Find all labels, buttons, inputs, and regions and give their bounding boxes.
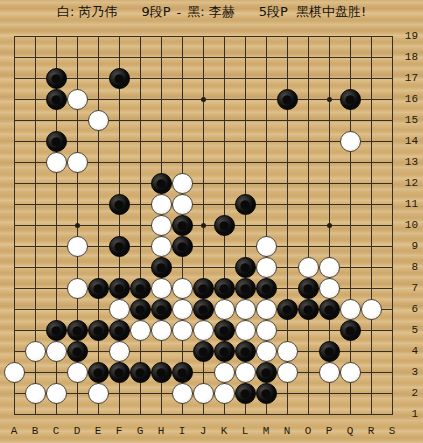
point-G1[interactable] bbox=[130, 404, 151, 425]
point-Q13[interactable] bbox=[340, 152, 361, 173]
point-F5[interactable]: ● bbox=[109, 320, 130, 341]
point-R15[interactable] bbox=[361, 110, 382, 131]
point-O6[interactable]: ● bbox=[298, 299, 319, 320]
point-H8[interactable]: ● bbox=[151, 257, 172, 278]
point-D1[interactable] bbox=[67, 404, 88, 425]
point-R3[interactable] bbox=[361, 362, 382, 383]
point-I9[interactable]: ● bbox=[172, 236, 193, 257]
point-B9[interactable] bbox=[25, 236, 46, 257]
point-B3[interactable] bbox=[25, 362, 46, 383]
point-A13[interactable] bbox=[4, 152, 25, 173]
point-O15[interactable] bbox=[298, 110, 319, 131]
point-G14[interactable] bbox=[130, 131, 151, 152]
point-P17[interactable] bbox=[319, 68, 340, 89]
point-L4[interactable]: ● bbox=[235, 341, 256, 362]
point-C16[interactable]: ● bbox=[46, 89, 67, 110]
point-E4[interactable] bbox=[88, 341, 109, 362]
point-F7[interactable]: ● bbox=[109, 278, 130, 299]
point-H4[interactable] bbox=[151, 341, 172, 362]
point-E1[interactable] bbox=[88, 404, 109, 425]
point-J4[interactable]: ● bbox=[193, 341, 214, 362]
point-P12[interactable] bbox=[319, 173, 340, 194]
point-R6[interactable]: ○ bbox=[361, 299, 382, 320]
point-Q17[interactable] bbox=[340, 68, 361, 89]
point-N7[interactable] bbox=[277, 278, 298, 299]
point-R5[interactable] bbox=[361, 320, 382, 341]
point-J17[interactable] bbox=[193, 68, 214, 89]
point-E12[interactable] bbox=[88, 173, 109, 194]
point-A6[interactable] bbox=[4, 299, 25, 320]
point-J18[interactable] bbox=[193, 47, 214, 68]
point-D9[interactable]: ○ bbox=[67, 236, 88, 257]
point-D11[interactable] bbox=[67, 194, 88, 215]
point-G17[interactable] bbox=[130, 68, 151, 89]
point-D19[interactable] bbox=[67, 26, 88, 47]
point-C15[interactable] bbox=[46, 110, 67, 131]
point-R14[interactable] bbox=[361, 131, 382, 152]
point-C12[interactable] bbox=[46, 173, 67, 194]
point-F14[interactable] bbox=[109, 131, 130, 152]
point-B5[interactable] bbox=[25, 320, 46, 341]
point-Q6[interactable]: ○ bbox=[340, 299, 361, 320]
point-K14[interactable] bbox=[214, 131, 235, 152]
point-B18[interactable] bbox=[25, 47, 46, 68]
point-K6[interactable]: ○ bbox=[214, 299, 235, 320]
point-I1[interactable] bbox=[172, 404, 193, 425]
point-K12[interactable] bbox=[214, 173, 235, 194]
point-J10[interactable] bbox=[193, 215, 214, 236]
point-Q1[interactable] bbox=[340, 404, 361, 425]
point-J12[interactable] bbox=[193, 173, 214, 194]
point-M2[interactable]: ● bbox=[256, 383, 277, 404]
point-Q5[interactable]: ● bbox=[340, 320, 361, 341]
point-C2[interactable]: ○ bbox=[46, 383, 67, 404]
point-O9[interactable] bbox=[298, 236, 319, 257]
point-H16[interactable] bbox=[151, 89, 172, 110]
point-N12[interactable] bbox=[277, 173, 298, 194]
point-E18[interactable] bbox=[88, 47, 109, 68]
point-K17[interactable] bbox=[214, 68, 235, 89]
point-C5[interactable]: ● bbox=[46, 320, 67, 341]
point-J13[interactable] bbox=[193, 152, 214, 173]
point-F15[interactable] bbox=[109, 110, 130, 131]
point-N3[interactable]: ○ bbox=[277, 362, 298, 383]
point-I19[interactable] bbox=[172, 26, 193, 47]
point-Q7[interactable] bbox=[340, 278, 361, 299]
point-P8[interactable]: ○ bbox=[319, 257, 340, 278]
point-D16[interactable]: ○ bbox=[67, 89, 88, 110]
point-F9[interactable]: ● bbox=[109, 236, 130, 257]
point-K7[interactable]: ● bbox=[214, 278, 235, 299]
point-H12[interactable]: ● bbox=[151, 173, 172, 194]
point-A17[interactable] bbox=[4, 68, 25, 89]
point-N8[interactable] bbox=[277, 257, 298, 278]
point-P6[interactable]: ● bbox=[319, 299, 340, 320]
point-D13[interactable]: ○ bbox=[67, 152, 88, 173]
point-I2[interactable]: ○ bbox=[172, 383, 193, 404]
point-E9[interactable] bbox=[88, 236, 109, 257]
point-C4[interactable]: ○ bbox=[46, 341, 67, 362]
point-O1[interactable] bbox=[298, 404, 319, 425]
point-B4[interactable]: ○ bbox=[25, 341, 46, 362]
point-P1[interactable] bbox=[319, 404, 340, 425]
point-N17[interactable] bbox=[277, 68, 298, 89]
point-L11[interactable]: ● bbox=[235, 194, 256, 215]
point-P2[interactable] bbox=[319, 383, 340, 404]
point-K18[interactable] bbox=[214, 47, 235, 68]
point-K5[interactable]: ● bbox=[214, 320, 235, 341]
point-O12[interactable] bbox=[298, 173, 319, 194]
point-A9[interactable] bbox=[4, 236, 25, 257]
point-P3[interactable]: ○ bbox=[319, 362, 340, 383]
point-M5[interactable]: ○ bbox=[256, 320, 277, 341]
point-F1[interactable] bbox=[109, 404, 130, 425]
point-E15[interactable]: ○ bbox=[88, 110, 109, 131]
point-H11[interactable]: ○ bbox=[151, 194, 172, 215]
point-C10[interactable] bbox=[46, 215, 67, 236]
point-Q11[interactable] bbox=[340, 194, 361, 215]
point-H13[interactable] bbox=[151, 152, 172, 173]
point-N13[interactable] bbox=[277, 152, 298, 173]
point-Q16[interactable]: ● bbox=[340, 89, 361, 110]
point-C9[interactable] bbox=[46, 236, 67, 257]
point-E7[interactable]: ● bbox=[88, 278, 109, 299]
point-B15[interactable] bbox=[25, 110, 46, 131]
point-O4[interactable] bbox=[298, 341, 319, 362]
point-Q14[interactable]: ○ bbox=[340, 131, 361, 152]
point-P14[interactable] bbox=[319, 131, 340, 152]
point-R18[interactable] bbox=[361, 47, 382, 68]
point-D14[interactable] bbox=[67, 131, 88, 152]
point-R7[interactable] bbox=[361, 278, 382, 299]
point-M10[interactable] bbox=[256, 215, 277, 236]
point-M13[interactable] bbox=[256, 152, 277, 173]
point-F16[interactable] bbox=[109, 89, 130, 110]
point-A18[interactable] bbox=[4, 47, 25, 68]
point-H3[interactable]: ● bbox=[151, 362, 172, 383]
point-M1[interactable] bbox=[256, 404, 277, 425]
point-M11[interactable] bbox=[256, 194, 277, 215]
point-P11[interactable] bbox=[319, 194, 340, 215]
point-P18[interactable] bbox=[319, 47, 340, 68]
point-D4[interactable]: ● bbox=[67, 341, 88, 362]
point-K1[interactable] bbox=[214, 404, 235, 425]
point-L5[interactable]: ○ bbox=[235, 320, 256, 341]
point-M8[interactable]: ○ bbox=[256, 257, 277, 278]
point-M18[interactable] bbox=[256, 47, 277, 68]
point-H2[interactable] bbox=[151, 383, 172, 404]
point-H10[interactable]: ○ bbox=[151, 215, 172, 236]
point-H15[interactable] bbox=[151, 110, 172, 131]
point-Q8[interactable] bbox=[340, 257, 361, 278]
point-G5[interactable]: ○ bbox=[130, 320, 151, 341]
point-I4[interactable] bbox=[172, 341, 193, 362]
point-G4[interactable] bbox=[130, 341, 151, 362]
point-L13[interactable] bbox=[235, 152, 256, 173]
point-I7[interactable]: ○ bbox=[172, 278, 193, 299]
point-M19[interactable] bbox=[256, 26, 277, 47]
point-A4[interactable] bbox=[4, 341, 25, 362]
point-A1[interactable] bbox=[4, 404, 25, 425]
point-A8[interactable] bbox=[4, 257, 25, 278]
point-B2[interactable]: ○ bbox=[25, 383, 46, 404]
point-K13[interactable] bbox=[214, 152, 235, 173]
point-D5[interactable]: ● bbox=[67, 320, 88, 341]
point-E11[interactable] bbox=[88, 194, 109, 215]
point-J16[interactable] bbox=[193, 89, 214, 110]
point-J19[interactable] bbox=[193, 26, 214, 47]
point-E2[interactable]: ○ bbox=[88, 383, 109, 404]
point-J6[interactable]: ● bbox=[193, 299, 214, 320]
point-A3[interactable]: ○ bbox=[4, 362, 25, 383]
point-G12[interactable] bbox=[130, 173, 151, 194]
point-F6[interactable]: ○ bbox=[109, 299, 130, 320]
point-G11[interactable] bbox=[130, 194, 151, 215]
point-E8[interactable] bbox=[88, 257, 109, 278]
point-O17[interactable] bbox=[298, 68, 319, 89]
point-H9[interactable]: ○ bbox=[151, 236, 172, 257]
point-J1[interactable] bbox=[193, 404, 214, 425]
point-N5[interactable] bbox=[277, 320, 298, 341]
point-N6[interactable]: ● bbox=[277, 299, 298, 320]
point-B12[interactable] bbox=[25, 173, 46, 194]
point-Q3[interactable]: ○ bbox=[340, 362, 361, 383]
point-G18[interactable] bbox=[130, 47, 151, 68]
point-G19[interactable] bbox=[130, 26, 151, 47]
point-O19[interactable] bbox=[298, 26, 319, 47]
point-L12[interactable] bbox=[235, 173, 256, 194]
point-B16[interactable] bbox=[25, 89, 46, 110]
point-I5[interactable]: ○ bbox=[172, 320, 193, 341]
point-C19[interactable] bbox=[46, 26, 67, 47]
point-F19[interactable] bbox=[109, 26, 130, 47]
point-L19[interactable] bbox=[235, 26, 256, 47]
point-A7[interactable] bbox=[4, 278, 25, 299]
point-O11[interactable] bbox=[298, 194, 319, 215]
point-F12[interactable] bbox=[109, 173, 130, 194]
point-I12[interactable]: ○ bbox=[172, 173, 193, 194]
point-E6[interactable] bbox=[88, 299, 109, 320]
point-J11[interactable] bbox=[193, 194, 214, 215]
point-L9[interactable] bbox=[235, 236, 256, 257]
point-P5[interactable] bbox=[319, 320, 340, 341]
point-O7[interactable]: ● bbox=[298, 278, 319, 299]
point-A5[interactable] bbox=[4, 320, 25, 341]
point-O10[interactable] bbox=[298, 215, 319, 236]
point-B19[interactable] bbox=[25, 26, 46, 47]
point-O3[interactable] bbox=[298, 362, 319, 383]
point-O13[interactable] bbox=[298, 152, 319, 173]
point-D7[interactable]: ○ bbox=[67, 278, 88, 299]
point-C3[interactable] bbox=[46, 362, 67, 383]
point-M3[interactable]: ● bbox=[256, 362, 277, 383]
point-K15[interactable] bbox=[214, 110, 235, 131]
point-B8[interactable] bbox=[25, 257, 46, 278]
point-P16[interactable] bbox=[319, 89, 340, 110]
point-R8[interactable] bbox=[361, 257, 382, 278]
point-O8[interactable]: ○ bbox=[298, 257, 319, 278]
point-R9[interactable] bbox=[361, 236, 382, 257]
point-H18[interactable] bbox=[151, 47, 172, 68]
point-J5[interactable]: ○ bbox=[193, 320, 214, 341]
point-I13[interactable] bbox=[172, 152, 193, 173]
point-F4[interactable]: ○ bbox=[109, 341, 130, 362]
point-R19[interactable] bbox=[361, 26, 382, 47]
point-J2[interactable]: ○ bbox=[193, 383, 214, 404]
point-G10[interactable] bbox=[130, 215, 151, 236]
point-N19[interactable] bbox=[277, 26, 298, 47]
point-E19[interactable] bbox=[88, 26, 109, 47]
point-L7[interactable]: ● bbox=[235, 278, 256, 299]
point-O2[interactable] bbox=[298, 383, 319, 404]
point-G13[interactable] bbox=[130, 152, 151, 173]
point-L18[interactable] bbox=[235, 47, 256, 68]
point-A11[interactable] bbox=[4, 194, 25, 215]
point-N4[interactable]: ○ bbox=[277, 341, 298, 362]
point-L17[interactable] bbox=[235, 68, 256, 89]
point-P13[interactable] bbox=[319, 152, 340, 173]
point-H19[interactable] bbox=[151, 26, 172, 47]
point-L16[interactable] bbox=[235, 89, 256, 110]
point-F3[interactable]: ● bbox=[109, 362, 130, 383]
point-N11[interactable] bbox=[277, 194, 298, 215]
point-C13[interactable]: ○ bbox=[46, 152, 67, 173]
point-A10[interactable] bbox=[4, 215, 25, 236]
point-Q18[interactable] bbox=[340, 47, 361, 68]
point-M15[interactable] bbox=[256, 110, 277, 131]
point-E14[interactable] bbox=[88, 131, 109, 152]
point-J9[interactable] bbox=[193, 236, 214, 257]
point-H14[interactable] bbox=[151, 131, 172, 152]
point-Q4[interactable] bbox=[340, 341, 361, 362]
point-H7[interactable]: ○ bbox=[151, 278, 172, 299]
point-B13[interactable] bbox=[25, 152, 46, 173]
point-L2[interactable]: ● bbox=[235, 383, 256, 404]
point-M9[interactable]: ○ bbox=[256, 236, 277, 257]
point-D6[interactable] bbox=[67, 299, 88, 320]
point-J15[interactable] bbox=[193, 110, 214, 131]
point-L6[interactable]: ○ bbox=[235, 299, 256, 320]
point-G2[interactable] bbox=[130, 383, 151, 404]
point-G16[interactable] bbox=[130, 89, 151, 110]
point-I11[interactable]: ○ bbox=[172, 194, 193, 215]
point-K10[interactable]: ● bbox=[214, 215, 235, 236]
point-O16[interactable] bbox=[298, 89, 319, 110]
point-G8[interactable] bbox=[130, 257, 151, 278]
point-Q9[interactable] bbox=[340, 236, 361, 257]
point-H17[interactable] bbox=[151, 68, 172, 89]
point-C11[interactable] bbox=[46, 194, 67, 215]
point-D10[interactable] bbox=[67, 215, 88, 236]
point-R13[interactable] bbox=[361, 152, 382, 173]
point-J8[interactable] bbox=[193, 257, 214, 278]
point-K19[interactable] bbox=[214, 26, 235, 47]
point-E5[interactable]: ● bbox=[88, 320, 109, 341]
point-C6[interactable] bbox=[46, 299, 67, 320]
point-L10[interactable] bbox=[235, 215, 256, 236]
point-M14[interactable] bbox=[256, 131, 277, 152]
point-D17[interactable] bbox=[67, 68, 88, 89]
point-F17[interactable]: ● bbox=[109, 68, 130, 89]
point-G15[interactable] bbox=[130, 110, 151, 131]
point-A12[interactable] bbox=[4, 173, 25, 194]
point-K4[interactable]: ● bbox=[214, 341, 235, 362]
point-O5[interactable] bbox=[298, 320, 319, 341]
point-K2[interactable]: ○ bbox=[214, 383, 235, 404]
point-I16[interactable] bbox=[172, 89, 193, 110]
point-P9[interactable] bbox=[319, 236, 340, 257]
point-M16[interactable] bbox=[256, 89, 277, 110]
point-D18[interactable] bbox=[67, 47, 88, 68]
point-B1[interactable] bbox=[25, 404, 46, 425]
point-R12[interactable] bbox=[361, 173, 382, 194]
point-J3[interactable] bbox=[193, 362, 214, 383]
point-R4[interactable] bbox=[361, 341, 382, 362]
point-K3[interactable]: ○ bbox=[214, 362, 235, 383]
point-N14[interactable] bbox=[277, 131, 298, 152]
point-I18[interactable] bbox=[172, 47, 193, 68]
point-I8[interactable] bbox=[172, 257, 193, 278]
point-G7[interactable]: ● bbox=[130, 278, 151, 299]
point-D2[interactable] bbox=[67, 383, 88, 404]
point-R10[interactable] bbox=[361, 215, 382, 236]
point-R2[interactable] bbox=[361, 383, 382, 404]
point-L3[interactable]: ○ bbox=[235, 362, 256, 383]
point-A14[interactable] bbox=[4, 131, 25, 152]
point-N15[interactable] bbox=[277, 110, 298, 131]
point-M7[interactable]: ● bbox=[256, 278, 277, 299]
point-F11[interactable]: ● bbox=[109, 194, 130, 215]
point-I6[interactable]: ○ bbox=[172, 299, 193, 320]
point-N9[interactable] bbox=[277, 236, 298, 257]
point-R1[interactable] bbox=[361, 404, 382, 425]
point-B7[interactable] bbox=[25, 278, 46, 299]
point-B14[interactable] bbox=[25, 131, 46, 152]
point-F8[interactable] bbox=[109, 257, 130, 278]
point-Q15[interactable] bbox=[340, 110, 361, 131]
point-P4[interactable]: ● bbox=[319, 341, 340, 362]
point-I10[interactable]: ● bbox=[172, 215, 193, 236]
point-B6[interactable] bbox=[25, 299, 46, 320]
point-Q12[interactable] bbox=[340, 173, 361, 194]
point-K8[interactable] bbox=[214, 257, 235, 278]
point-C7[interactable] bbox=[46, 278, 67, 299]
point-C17[interactable]: ● bbox=[46, 68, 67, 89]
point-Q10[interactable] bbox=[340, 215, 361, 236]
point-R17[interactable] bbox=[361, 68, 382, 89]
point-P15[interactable] bbox=[319, 110, 340, 131]
point-G9[interactable] bbox=[130, 236, 151, 257]
point-D8[interactable] bbox=[67, 257, 88, 278]
point-I3[interactable]: ● bbox=[172, 362, 193, 383]
point-C14[interactable]: ● bbox=[46, 131, 67, 152]
point-J14[interactable] bbox=[193, 131, 214, 152]
point-F18[interactable] bbox=[109, 47, 130, 68]
point-L15[interactable] bbox=[235, 110, 256, 131]
point-N1[interactable] bbox=[277, 404, 298, 425]
point-P7[interactable]: ○ bbox=[319, 278, 340, 299]
point-Q2[interactable] bbox=[340, 383, 361, 404]
point-C18[interactable] bbox=[46, 47, 67, 68]
point-M4[interactable]: ○ bbox=[256, 341, 277, 362]
point-K9[interactable] bbox=[214, 236, 235, 257]
point-K11[interactable] bbox=[214, 194, 235, 215]
point-I15[interactable] bbox=[172, 110, 193, 131]
point-F13[interactable] bbox=[109, 152, 130, 173]
point-F10[interactable] bbox=[109, 215, 130, 236]
point-H1[interactable] bbox=[151, 404, 172, 425]
point-D15[interactable] bbox=[67, 110, 88, 131]
